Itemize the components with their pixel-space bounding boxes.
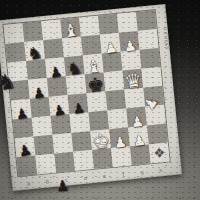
- square-c6[interactable]: ♟: [45, 57, 66, 78]
- piece-black-pawn-d4[interactable]: ♟: [71, 100, 86, 116]
- square-c7[interactable]: [43, 38, 64, 59]
- chess-board: ♝♞♟♟♟♞♝♟♚♛♟♟♟♟♟♟♚♟♟❖ abcdefgh 87654321 ©…: [0, 4, 182, 191]
- captured-black-pawn: ♟: [55, 179, 69, 195]
- square-h5[interactable]: [141, 67, 162, 88]
- board-logo-emblem: ❖: [149, 143, 170, 164]
- piece-black-pawn-a2[interactable]: ♟: [16, 142, 32, 160]
- photo-scene: ♝♞♟♟♟♞♝♟♚♛♟♟♟♟♟♟♚♟♟❖ abcdefgh 87654321 ©…: [0, 0, 200, 200]
- square-e7[interactable]: [81, 35, 102, 56]
- square-b1[interactable]: [35, 154, 56, 175]
- square-f7[interactable]: ♟: [100, 33, 121, 54]
- file-label-f: f: [113, 168, 133, 180]
- file-label-h: h: [151, 164, 171, 176]
- captured-black-knight: ♞: [0, 71, 17, 95]
- square-h1[interactable]: ❖: [149, 143, 170, 164]
- piece-white-king-e2[interactable]: ♚: [91, 131, 110, 152]
- piece-white-pawn-f7[interactable]: ♟: [103, 40, 118, 56]
- square-b5[interactable]: ♟: [28, 78, 49, 99]
- board-edge-copyright: ©CHESS: [162, 26, 169, 50]
- square-a7[interactable]: [5, 42, 26, 63]
- square-g5[interactable]: ♛: [123, 69, 144, 90]
- square-h2[interactable]: [147, 124, 168, 145]
- file-label-a: a: [19, 177, 39, 189]
- piece-black-pawn-b5[interactable]: ♟: [31, 85, 46, 101]
- square-b3[interactable]: [32, 116, 53, 137]
- piece-black-pawn-c4[interactable]: ♟: [51, 102, 66, 118]
- square-e2[interactable]: ♚: [90, 129, 111, 150]
- square-g3[interactable]: ♟: [126, 107, 147, 128]
- piece-black-king-e5[interactable]: ♚: [85, 74, 104, 95]
- square-f5[interactable]: [104, 71, 125, 92]
- square-h8[interactable]: [136, 10, 157, 31]
- square-b7[interactable]: ♞: [24, 40, 45, 61]
- square-b8[interactable]: [22, 21, 43, 42]
- square-d1[interactable]: [73, 150, 94, 171]
- piece-black-pawn-a4[interactable]: ♟: [14, 106, 29, 122]
- square-d8[interactable]: ♝: [60, 18, 81, 39]
- piece-white-pawn-g7[interactable]: ♟: [122, 38, 136, 54]
- square-f8[interactable]: [98, 14, 119, 35]
- square-f2[interactable]: ♟: [109, 127, 130, 148]
- square-h4[interactable]: ♟: [143, 86, 164, 107]
- square-c4[interactable]: ♟: [49, 95, 70, 116]
- square-a4[interactable]: ♟: [11, 99, 32, 120]
- file-label-d: d: [75, 172, 95, 184]
- piece-black-pawn-c6[interactable]: ♟: [48, 64, 63, 80]
- piece-black-knight-b7[interactable]: ♞: [25, 44, 43, 64]
- piece-white-pawn-f2[interactable]: ♟: [112, 134, 127, 150]
- square-e5[interactable]: ♚: [85, 72, 106, 93]
- square-f3[interactable]: [107, 108, 128, 129]
- square-d2[interactable]: [71, 131, 92, 152]
- piece-white-bishop-d8[interactable]: ♝: [62, 21, 80, 40]
- piece-white-pawn-g2[interactable]: ♟: [132, 133, 146, 149]
- file-label-e: e: [94, 170, 114, 182]
- square-c8[interactable]: [41, 19, 62, 40]
- square-b2[interactable]: [34, 135, 55, 156]
- board-grid: ♝♞♟♟♟♞♝♟♚♛♟♟♟♟♟♟♚♟♟❖: [4, 10, 170, 176]
- square-c1[interactable]: [54, 152, 75, 173]
- square-h7[interactable]: [138, 29, 159, 50]
- square-d6[interactable]: ♞: [64, 55, 85, 76]
- square-g7[interactable]: ♟: [119, 31, 140, 52]
- square-a8[interactable]: [4, 23, 25, 44]
- square-e6[interactable]: ♝: [83, 54, 104, 75]
- square-e8[interactable]: [79, 16, 100, 37]
- piece-black-knight-d6[interactable]: ♞: [65, 59, 83, 79]
- square-e3[interactable]: [88, 110, 109, 131]
- piece-white-pawn-g3[interactable]: ♟: [130, 114, 144, 130]
- square-f4[interactable]: [105, 90, 126, 111]
- square-h6[interactable]: [140, 48, 161, 69]
- piece-white-queen-g5[interactable]: ♛: [123, 70, 143, 91]
- square-c2[interactable]: [52, 133, 73, 154]
- square-a2[interactable]: ♟: [15, 137, 36, 158]
- square-g8[interactable]: [117, 12, 138, 33]
- square-d4[interactable]: ♟: [68, 93, 89, 114]
- file-label-g: g: [132, 166, 152, 178]
